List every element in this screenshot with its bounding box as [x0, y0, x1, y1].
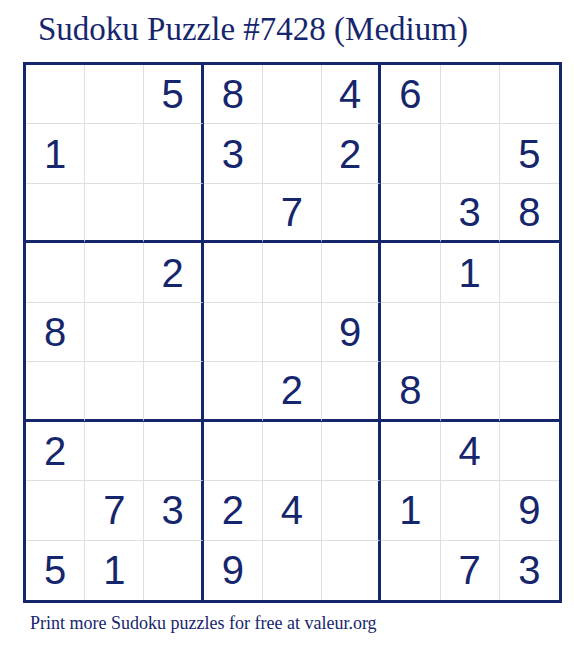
page-title: Sudoku Puzzle #7428 (Medium)	[38, 13, 468, 46]
cell-r1c5	[263, 65, 322, 124]
cell-r9c6	[322, 541, 381, 600]
cell-r3c8: 3	[441, 184, 500, 243]
cell-r3c4	[204, 184, 263, 243]
cell-r5c8	[441, 303, 500, 362]
footer-note: Print more Sudoku puzzles for free at va…	[30, 613, 377, 634]
cell-r6c1	[26, 362, 85, 421]
cell-r1c9	[500, 65, 559, 124]
cell-r1c8	[441, 65, 500, 124]
cell-r2c5	[263, 124, 322, 183]
cell-r9c8: 7	[441, 541, 500, 600]
cell-r7c6	[322, 422, 381, 481]
cell-r9c9: 3	[500, 541, 559, 600]
cell-r8c7: 1	[381, 481, 440, 540]
cell-r7c3	[144, 422, 203, 481]
cell-r9c4: 9	[204, 541, 263, 600]
cell-r3c9: 8	[500, 184, 559, 243]
cell-r2c2	[85, 124, 144, 183]
cell-r1c2	[85, 65, 144, 124]
cell-r4c1	[26, 243, 85, 302]
cell-r9c5	[263, 541, 322, 600]
cell-r6c6	[322, 362, 381, 421]
cell-r7c4	[204, 422, 263, 481]
cell-r6c9	[500, 362, 559, 421]
cell-r3c6	[322, 184, 381, 243]
cell-r5c2	[85, 303, 144, 362]
cell-r3c3	[144, 184, 203, 243]
cell-r5c5	[263, 303, 322, 362]
cell-r8c9: 9	[500, 481, 559, 540]
cell-r4c8: 1	[441, 243, 500, 302]
cell-r2c4: 3	[204, 124, 263, 183]
cell-r2c8	[441, 124, 500, 183]
cell-r7c2	[85, 422, 144, 481]
cell-r2c9: 5	[500, 124, 559, 183]
cell-r5c6: 9	[322, 303, 381, 362]
cell-r8c3: 3	[144, 481, 203, 540]
cell-r4c6	[322, 243, 381, 302]
cell-r9c1: 5	[26, 541, 85, 600]
cell-r7c7	[381, 422, 440, 481]
cell-r3c2	[85, 184, 144, 243]
cell-r4c4	[204, 243, 263, 302]
cell-r7c8: 4	[441, 422, 500, 481]
cell-r4c5	[263, 243, 322, 302]
cell-r7c1: 2	[26, 422, 85, 481]
cell-r5c7	[381, 303, 440, 362]
cell-r9c7	[381, 541, 440, 600]
cell-r6c7: 8	[381, 362, 440, 421]
cell-r5c9	[500, 303, 559, 362]
cell-r1c3: 5	[144, 65, 203, 124]
cell-r4c3: 2	[144, 243, 203, 302]
cell-r6c4	[204, 362, 263, 421]
cell-r3c7	[381, 184, 440, 243]
cell-r4c7	[381, 243, 440, 302]
cell-r5c3	[144, 303, 203, 362]
cell-r7c5	[263, 422, 322, 481]
cell-r2c7	[381, 124, 440, 183]
cell-r1c1	[26, 65, 85, 124]
cell-r6c2	[85, 362, 144, 421]
cell-r8c8	[441, 481, 500, 540]
cell-r3c1	[26, 184, 85, 243]
cell-r3c5: 7	[263, 184, 322, 243]
cell-r4c9	[500, 243, 559, 302]
cell-r2c6: 2	[322, 124, 381, 183]
cell-r6c8	[441, 362, 500, 421]
cell-r5c1: 8	[26, 303, 85, 362]
cell-r7c9	[500, 422, 559, 481]
cell-r4c2	[85, 243, 144, 302]
cell-r8c6	[322, 481, 381, 540]
cell-r9c3	[144, 541, 203, 600]
cell-r9c2: 1	[85, 541, 144, 600]
cell-r8c4: 2	[204, 481, 263, 540]
sudoku-board: 584613257382189282473241951973	[23, 62, 562, 603]
cell-r2c3	[144, 124, 203, 183]
cell-r8c5: 4	[263, 481, 322, 540]
cell-r8c2: 7	[85, 481, 144, 540]
cell-r1c7: 6	[381, 65, 440, 124]
cell-r1c6: 4	[322, 65, 381, 124]
cell-r8c1	[26, 481, 85, 540]
cell-r1c4: 8	[204, 65, 263, 124]
cell-r6c3	[144, 362, 203, 421]
cell-r5c4	[204, 303, 263, 362]
cell-r2c1: 1	[26, 124, 85, 183]
cell-r6c5: 2	[263, 362, 322, 421]
